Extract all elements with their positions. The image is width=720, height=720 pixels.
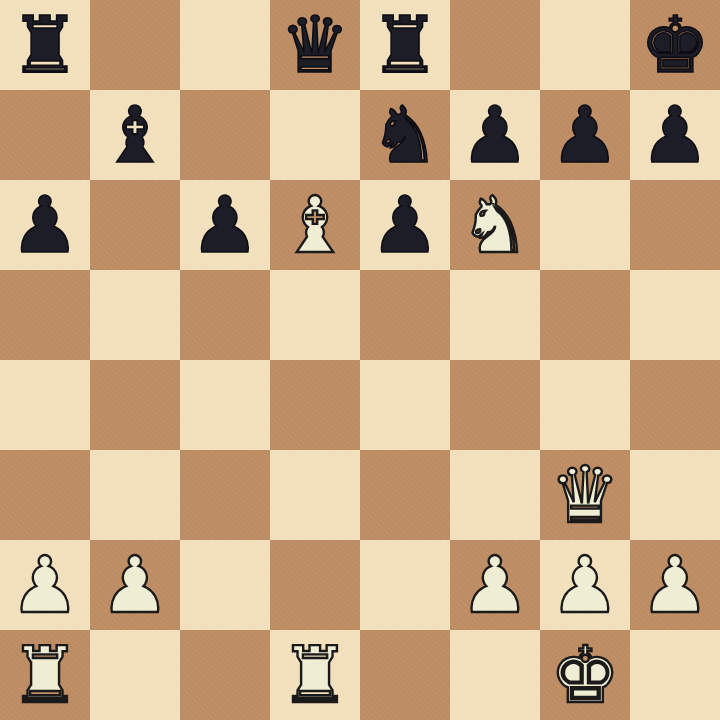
square-e2[interactable] [360, 540, 450, 630]
square-a5[interactable] [0, 270, 90, 360]
square-e5[interactable] [360, 270, 450, 360]
piece-black-king-h8[interactable]: ♚ [640, 0, 710, 90]
square-c4[interactable] [180, 360, 270, 450]
square-c2[interactable] [180, 540, 270, 630]
square-a6[interactable]: ♟ [0, 180, 90, 270]
chess-board-container: ♜♛♜♚♝♞♟♟♟♟♟♝♟♞♛♟♟♟♟♟♜♜♚ [0, 0, 720, 720]
square-h5[interactable] [630, 270, 720, 360]
square-g5[interactable] [540, 270, 630, 360]
square-b5[interactable] [90, 270, 180, 360]
piece-black-bishop-b7[interactable]: ♝ [100, 90, 170, 180]
square-b2[interactable]: ♟ [90, 540, 180, 630]
square-c7[interactable] [180, 90, 270, 180]
square-f5[interactable] [450, 270, 540, 360]
square-b3[interactable] [90, 450, 180, 540]
square-d1[interactable]: ♜ [270, 630, 360, 720]
piece-black-pawn-e6[interactable]: ♟ [370, 180, 440, 270]
square-b8[interactable] [90, 0, 180, 90]
square-c3[interactable] [180, 450, 270, 540]
square-h1[interactable] [630, 630, 720, 720]
piece-white-pawn-a2[interactable]: ♟ [10, 540, 80, 630]
square-h4[interactable] [630, 360, 720, 450]
square-a1[interactable]: ♜ [0, 630, 90, 720]
square-a3[interactable] [0, 450, 90, 540]
piece-white-rook-a1[interactable]: ♜ [10, 630, 80, 720]
square-g1[interactable]: ♚ [540, 630, 630, 720]
piece-black-knight-e7[interactable]: ♞ [370, 90, 440, 180]
square-e1[interactable] [360, 630, 450, 720]
piece-black-pawn-c6[interactable]: ♟ [190, 180, 260, 270]
square-f4[interactable] [450, 360, 540, 450]
square-e3[interactable] [360, 450, 450, 540]
piece-white-rook-d1[interactable]: ♜ [280, 630, 350, 720]
square-e6[interactable]: ♟ [360, 180, 450, 270]
piece-black-pawn-g7[interactable]: ♟ [550, 90, 620, 180]
square-d7[interactable] [270, 90, 360, 180]
square-b1[interactable] [90, 630, 180, 720]
square-b6[interactable] [90, 180, 180, 270]
piece-black-queen-d8[interactable]: ♛ [280, 0, 350, 90]
piece-white-pawn-h2[interactable]: ♟ [640, 540, 710, 630]
square-d3[interactable] [270, 450, 360, 540]
piece-white-bishop-d6[interactable]: ♝ [280, 180, 350, 270]
square-a7[interactable] [0, 90, 90, 180]
piece-white-pawn-g2[interactable]: ♟ [550, 540, 620, 630]
square-f1[interactable] [450, 630, 540, 720]
piece-white-king-g1[interactable]: ♚ [550, 630, 620, 720]
square-d6[interactable]: ♝ [270, 180, 360, 270]
square-g4[interactable] [540, 360, 630, 450]
square-e4[interactable] [360, 360, 450, 450]
piece-white-queen-g3[interactable]: ♛ [550, 450, 620, 540]
piece-black-pawn-h7[interactable]: ♟ [640, 90, 710, 180]
square-h8[interactable]: ♚ [630, 0, 720, 90]
square-g2[interactable]: ♟ [540, 540, 630, 630]
square-g3[interactable]: ♛ [540, 450, 630, 540]
square-f2[interactable]: ♟ [450, 540, 540, 630]
square-d2[interactable] [270, 540, 360, 630]
square-f3[interactable] [450, 450, 540, 540]
square-g7[interactable]: ♟ [540, 90, 630, 180]
square-c5[interactable] [180, 270, 270, 360]
square-f6[interactable]: ♞ [450, 180, 540, 270]
piece-white-knight-f6[interactable]: ♞ [460, 180, 530, 270]
square-f7[interactable]: ♟ [450, 90, 540, 180]
square-b7[interactable]: ♝ [90, 90, 180, 180]
piece-black-pawn-f7[interactable]: ♟ [460, 90, 530, 180]
square-h6[interactable] [630, 180, 720, 270]
square-d5[interactable] [270, 270, 360, 360]
square-c1[interactable] [180, 630, 270, 720]
square-d4[interactable] [270, 360, 360, 450]
square-g8[interactable] [540, 0, 630, 90]
square-a4[interactable] [0, 360, 90, 450]
square-h3[interactable] [630, 450, 720, 540]
piece-black-rook-e8[interactable]: ♜ [370, 0, 440, 90]
square-a2[interactable]: ♟ [0, 540, 90, 630]
square-c8[interactable] [180, 0, 270, 90]
square-h2[interactable]: ♟ [630, 540, 720, 630]
square-h7[interactable]: ♟ [630, 90, 720, 180]
square-d8[interactable]: ♛ [270, 0, 360, 90]
square-g6[interactable] [540, 180, 630, 270]
square-b4[interactable] [90, 360, 180, 450]
chess-board: ♜♛♜♚♝♞♟♟♟♟♟♝♟♞♛♟♟♟♟♟♜♜♚ [0, 0, 720, 720]
square-e7[interactable]: ♞ [360, 90, 450, 180]
square-f8[interactable] [450, 0, 540, 90]
square-e8[interactable]: ♜ [360, 0, 450, 90]
piece-black-rook-a8[interactable]: ♜ [10, 0, 80, 90]
square-c6[interactable]: ♟ [180, 180, 270, 270]
piece-black-pawn-a6[interactable]: ♟ [10, 180, 80, 270]
square-a8[interactable]: ♜ [0, 0, 90, 90]
piece-white-pawn-b2[interactable]: ♟ [100, 540, 170, 630]
piece-white-pawn-f2[interactable]: ♟ [460, 540, 530, 630]
